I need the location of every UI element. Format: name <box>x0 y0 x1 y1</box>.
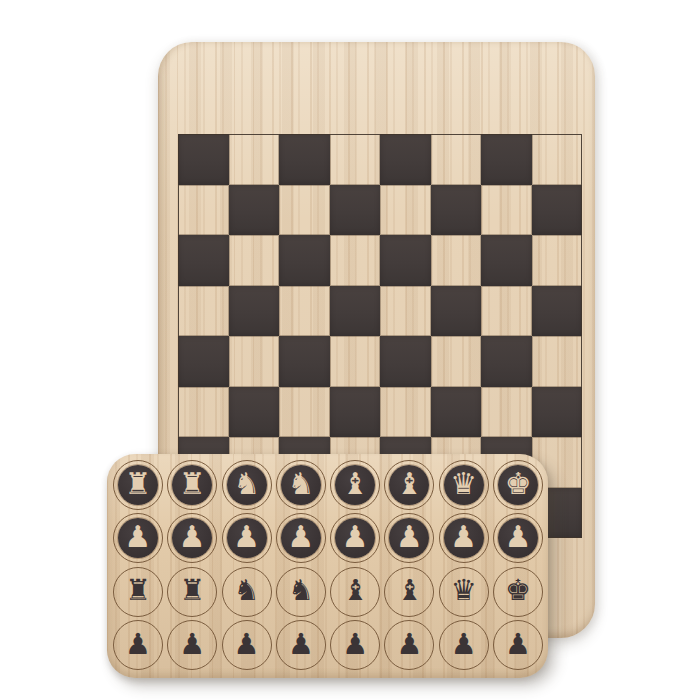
dark-disc: ♟ <box>389 518 429 558</box>
board-square <box>178 387 229 438</box>
board-square <box>481 286 532 337</box>
board-square <box>481 185 532 236</box>
board-square <box>532 185 583 236</box>
piece-token: ♝ <box>384 567 434 617</box>
board-square <box>481 235 532 286</box>
board-square <box>279 185 330 236</box>
board-square <box>431 336 482 387</box>
board-square <box>229 336 280 387</box>
board-square <box>380 235 431 286</box>
board-square <box>178 336 229 387</box>
board-square <box>330 387 381 438</box>
board-square <box>532 134 583 185</box>
black-pawn-icon: ♟ <box>396 522 423 552</box>
dark-disc: ♞ <box>281 465 321 505</box>
board-square <box>532 387 583 438</box>
piece-token: ♟ <box>384 620 434 670</box>
white-pawn-icon: ♟ <box>396 630 422 659</box>
white-knight-icon: ♞ <box>234 576 260 605</box>
piece-token: ♝ <box>330 460 380 510</box>
piece-token: ♟ <box>113 513 163 563</box>
board-square <box>330 134 381 185</box>
piece-token: ♟ <box>439 513 489 563</box>
black-knight-icon: ♞ <box>233 469 260 499</box>
dark-disc: ♟ <box>444 518 484 558</box>
piece-token: ♜ <box>167 460 217 510</box>
piece-token: ♞ <box>222 567 272 617</box>
piece-token: ♚ <box>493 460 543 510</box>
piece-token: ♟ <box>330 620 380 670</box>
board-square <box>279 134 330 185</box>
white-pawn-icon: ♟ <box>451 630 477 659</box>
piece-token: ♟ <box>222 513 272 563</box>
black-pawn-icon: ♟ <box>233 522 260 552</box>
board-square <box>229 185 280 236</box>
piece-token: ♚ <box>493 567 543 617</box>
black-pawn-icon: ♟ <box>505 522 532 552</box>
piece-token: ♟ <box>384 513 434 563</box>
dark-disc: ♟ <box>118 518 158 558</box>
dark-disc: ♛ <box>444 465 484 505</box>
dark-disc: ♟ <box>227 518 267 558</box>
black-pawn-icon: ♟ <box>450 522 477 552</box>
white-knight-icon: ♞ <box>288 576 314 605</box>
white-pawn-icon: ♟ <box>288 630 314 659</box>
piece-token: ♟ <box>276 620 326 670</box>
board-square <box>380 336 431 387</box>
dark-disc: ♝ <box>389 465 429 505</box>
board-square <box>330 185 381 236</box>
board-square <box>431 286 482 337</box>
board-square <box>178 286 229 337</box>
dark-disc: ♟ <box>498 518 538 558</box>
dark-disc: ♜ <box>172 465 212 505</box>
piece-token: ♟ <box>113 620 163 670</box>
dark-disc: ♞ <box>227 465 267 505</box>
board-square <box>532 336 583 387</box>
piece-token: ♟ <box>439 620 489 670</box>
black-queen-icon: ♛ <box>450 469 477 499</box>
white-pawn-icon: ♟ <box>125 630 151 659</box>
piece-token: ♟ <box>330 513 380 563</box>
piece-token: ♟ <box>167 513 217 563</box>
black-king-icon: ♚ <box>505 469 532 499</box>
white-pawn-icon: ♟ <box>505 630 531 659</box>
board-square <box>431 387 482 438</box>
board-square <box>380 185 431 236</box>
board-square <box>481 387 532 438</box>
dark-disc: ♝ <box>335 465 375 505</box>
piece-token: ♜ <box>167 567 217 617</box>
board-square <box>330 235 381 286</box>
dark-disc: ♟ <box>281 518 321 558</box>
black-pawn-icon: ♟ <box>125 522 152 552</box>
product-photo: ♜♜♞♞♝♝♛♚♟♟♟♟♟♟♟♟♜♜♞♞♝♝♛♚♟♟♟♟♟♟♟♟ <box>0 0 700 700</box>
board-square <box>229 235 280 286</box>
dark-disc: ♚ <box>498 465 538 505</box>
board-square <box>279 336 330 387</box>
piece-token: ♜ <box>113 567 163 617</box>
board-square <box>279 286 330 337</box>
black-rook-icon: ♜ <box>179 469 206 499</box>
board-square <box>532 235 583 286</box>
piece-token: ♞ <box>222 460 272 510</box>
board-square <box>229 134 280 185</box>
piece-token: ♝ <box>384 460 434 510</box>
piece-token: ♟ <box>222 620 272 670</box>
piece-token: ♞ <box>276 567 326 617</box>
board-square <box>380 387 431 438</box>
board-square <box>532 286 583 337</box>
board-square <box>178 185 229 236</box>
piece-token: ♛ <box>439 460 489 510</box>
white-queen-icon: ♛ <box>451 576 477 605</box>
piece-token: ♟ <box>276 513 326 563</box>
piece-token: ♝ <box>330 567 380 617</box>
piece-token: ♞ <box>276 460 326 510</box>
dark-disc: ♟ <box>172 518 212 558</box>
board-square <box>481 134 532 185</box>
black-knight-icon: ♞ <box>287 469 314 499</box>
piece-token: ♟ <box>493 513 543 563</box>
white-pawn-icon: ♟ <box>342 630 368 659</box>
black-rook-icon: ♜ <box>125 469 152 499</box>
white-pawn-icon: ♟ <box>179 630 205 659</box>
piece-tray: ♜♜♞♞♝♝♛♚♟♟♟♟♟♟♟♟♜♜♞♞♝♝♛♚♟♟♟♟♟♟♟♟ <box>107 454 548 678</box>
white-bishop-icon: ♝ <box>396 576 422 605</box>
black-bishop-icon: ♝ <box>342 469 369 499</box>
piece-token: ♟ <box>493 620 543 670</box>
board-square <box>481 336 532 387</box>
black-pawn-icon: ♟ <box>179 522 206 552</box>
board-square <box>330 336 381 387</box>
white-pawn-icon: ♟ <box>234 630 260 659</box>
dark-disc: ♟ <box>335 518 375 558</box>
board-square <box>431 134 482 185</box>
white-rook-icon: ♜ <box>125 576 151 605</box>
black-pawn-icon: ♟ <box>342 522 369 552</box>
white-rook-icon: ♜ <box>179 576 205 605</box>
piece-token: ♟ <box>167 620 217 670</box>
black-pawn-icon: ♟ <box>287 522 314 552</box>
board-square <box>431 185 482 236</box>
board-square <box>279 235 330 286</box>
dark-disc: ♜ <box>118 465 158 505</box>
black-bishop-icon: ♝ <box>396 469 423 499</box>
board-square <box>229 387 280 438</box>
piece-token: ♛ <box>439 567 489 617</box>
white-king-icon: ♚ <box>505 576 531 605</box>
board-square <box>178 235 229 286</box>
board-square <box>178 134 229 185</box>
board-square <box>330 286 381 337</box>
board-square <box>229 286 280 337</box>
board-square <box>431 235 482 286</box>
board-square <box>380 286 431 337</box>
white-bishop-icon: ♝ <box>342 576 368 605</box>
piece-token: ♜ <box>113 460 163 510</box>
board-square <box>279 387 330 438</box>
board-square <box>380 134 431 185</box>
